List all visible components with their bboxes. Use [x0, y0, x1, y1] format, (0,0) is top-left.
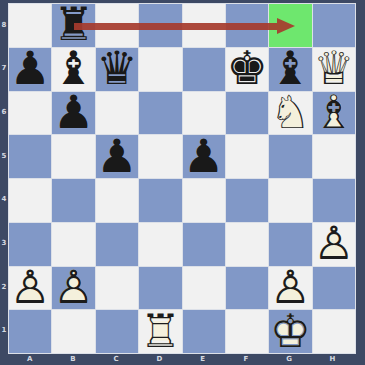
rank-label-2: 2	[0, 265, 8, 309]
white-pawn[interactable]: ♟♙	[9, 267, 51, 310]
square-g4[interactable]	[269, 179, 311, 222]
piece-glyph: ♟	[10, 45, 51, 91]
piece-glyph: ♚	[226, 45, 267, 91]
square-f7[interactable]: ♚	[226, 48, 268, 91]
black-queen[interactable]: ♛	[96, 48, 138, 91]
piece-outline: ♗	[313, 89, 354, 135]
black-pawn[interactable]: ♟	[96, 135, 138, 178]
square-d7[interactable]	[139, 48, 181, 91]
square-e4[interactable]	[183, 179, 225, 222]
square-c7[interactable]: ♛	[96, 48, 138, 91]
square-e8[interactable]	[183, 4, 225, 47]
square-f3[interactable]	[226, 223, 268, 266]
black-pawn[interactable]: ♟	[52, 92, 94, 135]
rank-label-8: 8	[0, 3, 8, 47]
square-b5[interactable]	[52, 135, 94, 178]
piece-glyph: ♟	[53, 89, 94, 135]
square-f4[interactable]	[226, 179, 268, 222]
file-labels: ABCDEFGH	[8, 352, 354, 365]
white-rook[interactable]: ♜♖	[139, 310, 181, 353]
square-e3[interactable]	[183, 223, 225, 266]
square-a6[interactable]	[9, 92, 51, 135]
square-d8[interactable]	[139, 4, 181, 47]
square-a1[interactable]	[9, 310, 51, 353]
square-e1[interactable]	[183, 310, 225, 353]
square-a5[interactable]	[9, 135, 51, 178]
piece-glyph: ♛	[96, 45, 137, 91]
square-a4[interactable]	[9, 179, 51, 222]
square-f2[interactable]	[226, 267, 268, 310]
square-c2[interactable]	[96, 267, 138, 310]
square-e5[interactable]: ♟	[183, 135, 225, 178]
square-d1[interactable]: ♜♖	[139, 310, 181, 353]
square-h5[interactable]	[313, 135, 355, 178]
square-g5[interactable]	[269, 135, 311, 178]
board-grid: ♜♟♝♛♚♝♛♕♟♞♘♝♗♟♟♟♙♟♙♟♙♟♙♜♖♚♔	[8, 3, 356, 354]
piece-outline: ♔	[270, 308, 311, 354]
chessboard: 87654321 ABCDEFGH ♜♟♝♛♚♝♛♕♟♞♘♝♗♟♟♟♙♟♙♟♙♟…	[0, 0, 365, 365]
piece-outline: ♖	[140, 308, 181, 354]
black-pawn[interactable]: ♟	[183, 135, 225, 178]
square-a2[interactable]: ♟♙	[9, 267, 51, 310]
square-d6[interactable]	[139, 92, 181, 135]
square-h1[interactable]	[313, 310, 355, 353]
white-pawn[interactable]: ♟♙	[52, 267, 94, 310]
square-a7[interactable]: ♟	[9, 48, 51, 91]
file-label-d: D	[138, 352, 181, 365]
rank-label-5: 5	[0, 134, 8, 178]
rank-label-4: 4	[0, 178, 8, 222]
square-g1[interactable]: ♚♔	[269, 310, 311, 353]
white-knight[interactable]: ♞♘	[269, 92, 311, 135]
square-h3[interactable]: ♟♙	[313, 223, 355, 266]
file-label-h: H	[311, 352, 354, 365]
square-b2[interactable]: ♟♙	[52, 267, 94, 310]
square-c1[interactable]	[96, 310, 138, 353]
piece-outline: ♙	[313, 220, 354, 266]
white-bishop[interactable]: ♝♗	[313, 92, 355, 135]
rank-label-7: 7	[0, 47, 8, 91]
square-c5[interactable]: ♟	[96, 135, 138, 178]
black-king[interactable]: ♚	[226, 48, 268, 91]
square-f5[interactable]	[226, 135, 268, 178]
rank-labels: 87654321	[0, 3, 8, 352]
square-b6[interactable]: ♟	[52, 92, 94, 135]
square-e2[interactable]	[183, 267, 225, 310]
file-label-g: G	[268, 352, 311, 365]
rank-label-1: 1	[0, 308, 8, 352]
piece-outline: ♘	[270, 89, 311, 135]
white-king[interactable]: ♚♔	[269, 310, 311, 353]
piece-outline: ♙	[53, 264, 94, 310]
square-b4[interactable]	[52, 179, 94, 222]
file-label-f: F	[224, 352, 267, 365]
file-label-c: C	[95, 352, 138, 365]
square-e7[interactable]	[183, 48, 225, 91]
square-f6[interactable]	[226, 92, 268, 135]
rank-label-6: 6	[0, 90, 8, 134]
square-d3[interactable]	[139, 223, 181, 266]
file-label-b: B	[51, 352, 94, 365]
black-pawn[interactable]: ♟	[9, 48, 51, 91]
square-d4[interactable]	[139, 179, 181, 222]
square-g6[interactable]: ♞♘	[269, 92, 311, 135]
square-b1[interactable]	[52, 310, 94, 353]
file-label-a: A	[8, 352, 51, 365]
piece-glyph: ♟	[96, 133, 137, 179]
square-h6[interactable]: ♝♗	[313, 92, 355, 135]
square-d5[interactable]	[139, 135, 181, 178]
square-c4[interactable]	[96, 179, 138, 222]
square-h2[interactable]	[313, 267, 355, 310]
file-label-e: E	[181, 352, 224, 365]
square-f1[interactable]	[226, 310, 268, 353]
white-pawn[interactable]: ♟♙	[313, 223, 355, 266]
square-c3[interactable]	[96, 223, 138, 266]
piece-glyph: ♟	[183, 133, 224, 179]
rank-label-3: 3	[0, 221, 8, 265]
piece-outline: ♙	[10, 264, 51, 310]
